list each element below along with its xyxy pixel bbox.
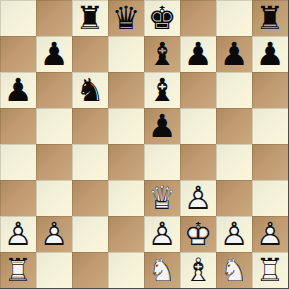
square-d7[interactable] [108, 36, 144, 72]
square-g6[interactable] [216, 72, 252, 108]
square-a7[interactable] [0, 36, 36, 72]
square-a8[interactable] [0, 0, 36, 36]
square-g5[interactable] [216, 108, 252, 144]
piece-outline-layer: ♔ [180, 216, 216, 252]
black-pawn[interactable]: ♟ [36, 36, 72, 72]
piece-glyph: ♟ [144, 108, 180, 144]
square-e1[interactable]: ♞♘ [144, 252, 180, 288]
white-pawn[interactable]: ♟♙ [36, 216, 72, 252]
piece-outline-layer: ♙ [216, 216, 252, 252]
black-pawn[interactable]: ♟ [216, 36, 252, 72]
square-f8[interactable] [180, 0, 216, 36]
square-c4[interactable] [72, 144, 108, 180]
piece-glyph: ♟ [252, 36, 288, 72]
piece-glyph: ♜ [252, 0, 288, 36]
piece-outline-layer: ♙ [252, 216, 288, 252]
square-h3[interactable] [252, 180, 288, 216]
square-d2[interactable] [108, 216, 144, 252]
square-h8[interactable]: ♜ [252, 0, 288, 36]
white-pawn[interactable]: ♟♙ [216, 216, 252, 252]
square-h2[interactable]: ♟♙ [252, 216, 288, 252]
square-d1[interactable] [108, 252, 144, 288]
black-rook[interactable]: ♜ [72, 0, 108, 36]
square-f2[interactable]: ♚♔ [180, 216, 216, 252]
black-pawn[interactable]: ♟ [0, 72, 36, 108]
piece-glyph: ♚ [144, 0, 180, 36]
square-e5[interactable]: ♟ [144, 108, 180, 144]
square-e4[interactable] [144, 144, 180, 180]
piece-glyph: ♝ [144, 36, 180, 72]
square-g2[interactable]: ♟♙ [216, 216, 252, 252]
piece-outline-layer: ♙ [144, 216, 180, 252]
piece-glyph: ♟ [216, 36, 252, 72]
square-b1[interactable] [36, 252, 72, 288]
black-queen[interactable]: ♛ [108, 0, 144, 36]
white-pawn[interactable]: ♟♙ [144, 216, 180, 252]
square-e7[interactable]: ♝ [144, 36, 180, 72]
square-a4[interactable] [0, 144, 36, 180]
piece-glyph: ♜ [72, 0, 108, 36]
white-rook[interactable]: ♜♖ [252, 252, 288, 288]
square-b8[interactable] [36, 0, 72, 36]
square-h4[interactable] [252, 144, 288, 180]
square-c8[interactable]: ♜ [72, 0, 108, 36]
white-king[interactable]: ♚♔ [180, 216, 216, 252]
piece-outline-layer: ♕ [144, 180, 180, 216]
piece-outline-layer: ♖ [252, 252, 288, 288]
square-f6[interactable] [180, 72, 216, 108]
square-a6[interactable]: ♟ [0, 72, 36, 108]
square-b7[interactable]: ♟ [36, 36, 72, 72]
piece-outline-layer: ♙ [0, 216, 36, 252]
black-rook[interactable]: ♜ [252, 0, 288, 36]
square-e2[interactable]: ♟♙ [144, 216, 180, 252]
square-c1[interactable] [72, 252, 108, 288]
square-h6[interactable] [252, 72, 288, 108]
piece-glyph: ♟ [36, 36, 72, 72]
square-f3[interactable]: ♟♙ [180, 180, 216, 216]
square-b6[interactable] [36, 72, 72, 108]
black-king[interactable]: ♚ [144, 0, 180, 36]
square-a3[interactable] [0, 180, 36, 216]
square-c6[interactable]: ♞ [72, 72, 108, 108]
square-b4[interactable] [36, 144, 72, 180]
square-b3[interactable] [36, 180, 72, 216]
square-g3[interactable] [216, 180, 252, 216]
piece-glyph: ♞ [72, 72, 108, 108]
square-e8[interactable]: ♚ [144, 0, 180, 36]
square-f4[interactable] [180, 144, 216, 180]
white-knight[interactable]: ♞♘ [144, 252, 180, 288]
piece-glyph: ♟ [180, 36, 216, 72]
piece-glyph: ♝ [144, 72, 180, 108]
black-bishop[interactable]: ♝ [144, 72, 180, 108]
black-pawn[interactable]: ♟ [144, 108, 180, 144]
square-a2[interactable]: ♟♙ [0, 216, 36, 252]
square-g4[interactable] [216, 144, 252, 180]
square-d5[interactable] [108, 108, 144, 144]
square-f5[interactable] [180, 108, 216, 144]
chess-board: ♜♛♚♜♟♝♟♟♟♟♞♝♟♛♕♟♙♟♙♟♙♟♙♚♔♟♙♟♙♜♖♞♘♝♗♞♘♜♖ [0, 0, 289, 289]
piece-glyph: ♟ [0, 72, 36, 108]
square-c5[interactable] [72, 108, 108, 144]
white-rook[interactable]: ♜♖ [0, 252, 36, 288]
piece-outline-layer: ♙ [36, 216, 72, 252]
white-bishop[interactable]: ♝♗ [180, 252, 216, 288]
square-b5[interactable] [36, 108, 72, 144]
square-d6[interactable] [108, 72, 144, 108]
square-a1[interactable]: ♜♖ [0, 252, 36, 288]
piece-glyph: ♛ [108, 0, 144, 36]
square-h1[interactable]: ♜♖ [252, 252, 288, 288]
square-g7[interactable]: ♟ [216, 36, 252, 72]
square-e6[interactable]: ♝ [144, 72, 180, 108]
square-f1[interactable]: ♝♗ [180, 252, 216, 288]
white-queen[interactable]: ♛♕ [144, 180, 180, 216]
square-g8[interactable] [216, 0, 252, 36]
square-f7[interactable]: ♟ [180, 36, 216, 72]
piece-outline-layer: ♖ [0, 252, 36, 288]
black-pawn[interactable]: ♟ [252, 36, 288, 72]
white-knight[interactable]: ♞♘ [216, 252, 252, 288]
piece-outline-layer: ♙ [180, 180, 216, 216]
square-c2[interactable] [72, 216, 108, 252]
piece-outline-layer: ♘ [144, 252, 180, 288]
square-d4[interactable] [108, 144, 144, 180]
black-bishop[interactable]: ♝ [144, 36, 180, 72]
square-g1[interactable]: ♞♘ [216, 252, 252, 288]
square-c7[interactable] [72, 36, 108, 72]
white-pawn[interactable]: ♟♙ [0, 216, 36, 252]
square-a5[interactable] [0, 108, 36, 144]
square-d8[interactable]: ♛ [108, 0, 144, 36]
square-b2[interactable]: ♟♙ [36, 216, 72, 252]
square-h5[interactable] [252, 108, 288, 144]
square-d3[interactable] [108, 180, 144, 216]
black-pawn[interactable]: ♟ [180, 36, 216, 72]
black-knight[interactable]: ♞ [72, 72, 108, 108]
piece-outline-layer: ♘ [216, 252, 252, 288]
square-h7[interactable]: ♟ [252, 36, 288, 72]
square-e3[interactable]: ♛♕ [144, 180, 180, 216]
white-pawn[interactable]: ♟♙ [252, 216, 288, 252]
white-pawn[interactable]: ♟♙ [180, 180, 216, 216]
piece-outline-layer: ♗ [180, 252, 216, 288]
square-c3[interactable] [72, 180, 108, 216]
